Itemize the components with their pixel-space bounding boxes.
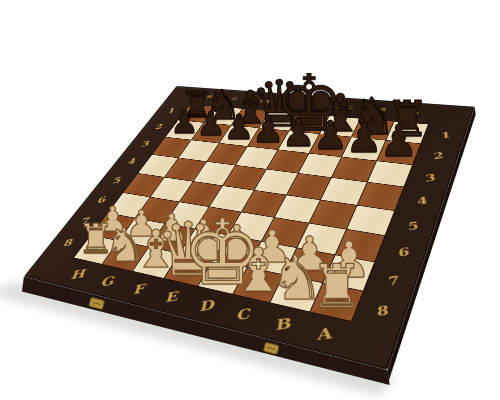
rank-label-left-3: 3 (141, 139, 149, 148)
file-label-near-D: D (198, 297, 214, 314)
rank-label-right-8: 8 (373, 303, 390, 319)
rank-label-right-3: 3 (422, 172, 437, 184)
file-label-far-G: G (232, 96, 238, 101)
file-label-near-C: C (235, 306, 251, 324)
file-label-far-B: B (378, 107, 386, 112)
file-label-far-A: A (411, 110, 419, 116)
rank-label-right-4: 4 (413, 195, 428, 208)
file-label-far-E: E (287, 100, 293, 105)
file-label-far-H: H (206, 94, 212, 99)
rank-label-right-1: 1 (437, 130, 452, 140)
file-label-near-E: E (165, 289, 178, 305)
rank-label-left-2: 2 (154, 123, 162, 132)
rank-label-right-7: 7 (384, 273, 400, 288)
file-label-near-B: B (273, 315, 291, 333)
rank-label-right-6: 6 (394, 246, 410, 260)
file-label-near-A: A (314, 325, 333, 344)
file-label-far-C: C (346, 105, 354, 110)
file-label-near-H: H (70, 267, 85, 282)
file-label-far-D: D (315, 103, 323, 108)
rank-label-left-4: 4 (127, 157, 135, 167)
rank-label-left-8: 8 (62, 237, 72, 249)
file-label-near-F: F (133, 281, 144, 297)
rank-label-left-7: 7 (80, 216, 89, 227)
hinge-icon-2 (328, 105, 339, 109)
hinge-icon-1 (261, 100, 271, 104)
rank-label-left-1: 1 (167, 107, 175, 115)
rank-label-right-2: 2 (430, 151, 445, 162)
square-a1 (386, 122, 428, 144)
rank-label-left-5: 5 (112, 175, 120, 185)
rank-label-left-6: 6 (96, 195, 105, 206)
file-label-near-G: G (100, 274, 114, 289)
rank-label-right-5: 5 (404, 220, 420, 233)
chess-set-photo: HH11GG22FF33EE44DD55CC66BB77AA88 ♜♞♝♛♚♝♞… (0, 0, 500, 400)
